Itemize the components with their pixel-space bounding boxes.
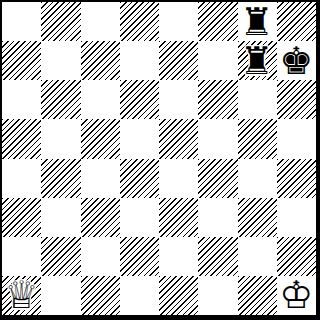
square-f6[interactable] — [198, 80, 237, 119]
square-e7[interactable] — [159, 41, 198, 80]
square-h7[interactable]: ♚ — [277, 41, 316, 80]
black-king-icon: ♚ — [277, 41, 316, 80]
square-a4[interactable] — [2, 159, 41, 198]
square-c3[interactable] — [81, 198, 120, 237]
square-c6[interactable] — [81, 80, 120, 119]
square-e1[interactable] — [159, 276, 198, 315]
square-b1[interactable] — [41, 276, 80, 315]
square-g8[interactable]: ♜ — [238, 2, 277, 41]
square-f2[interactable] — [198, 237, 237, 276]
square-a1[interactable]: ♛♕ — [2, 276, 41, 315]
square-g4[interactable] — [238, 159, 277, 198]
piece-white-queen-a1[interactable]: ♛♕ — [2, 276, 41, 315]
white-queen-outline-icon: ♕ — [2, 276, 41, 315]
square-c1[interactable] — [81, 276, 120, 315]
chess-board: ♜♜♚♛♕♚♔ — [0, 0, 320, 320]
square-d6[interactable] — [120, 80, 159, 119]
square-b7[interactable] — [41, 41, 80, 80]
square-d5[interactable] — [120, 119, 159, 158]
square-d2[interactable] — [120, 237, 159, 276]
square-h1[interactable]: ♚♔ — [277, 276, 316, 315]
square-d3[interactable] — [120, 198, 159, 237]
square-c5[interactable] — [81, 119, 120, 158]
square-g2[interactable] — [238, 237, 277, 276]
square-d1[interactable] — [120, 276, 159, 315]
square-d7[interactable] — [120, 41, 159, 80]
square-b8[interactable] — [41, 2, 80, 41]
square-b5[interactable] — [41, 119, 80, 158]
square-f5[interactable] — [198, 119, 237, 158]
square-f3[interactable] — [198, 198, 237, 237]
square-e8[interactable] — [159, 2, 198, 41]
piece-black-rook-g7[interactable]: ♜ — [238, 41, 277, 80]
square-e5[interactable] — [159, 119, 198, 158]
piece-black-king-h7[interactable]: ♚ — [277, 41, 316, 80]
square-e2[interactable] — [159, 237, 198, 276]
square-h2[interactable] — [277, 237, 316, 276]
square-f8[interactable] — [198, 2, 237, 41]
square-b4[interactable] — [41, 159, 80, 198]
square-c7[interactable] — [81, 41, 120, 80]
square-f4[interactable] — [198, 159, 237, 198]
square-e6[interactable] — [159, 80, 198, 119]
square-h4[interactable] — [277, 159, 316, 198]
square-h3[interactable] — [277, 198, 316, 237]
square-a3[interactable] — [2, 198, 41, 237]
square-e3[interactable] — [159, 198, 198, 237]
square-b3[interactable] — [41, 198, 80, 237]
square-h8[interactable] — [277, 2, 316, 41]
square-a8[interactable] — [2, 2, 41, 41]
square-f1[interactable] — [198, 276, 237, 315]
square-c4[interactable] — [81, 159, 120, 198]
square-h6[interactable] — [277, 80, 316, 119]
square-b6[interactable] — [41, 80, 80, 119]
square-g7[interactable]: ♜ — [238, 41, 277, 80]
square-c8[interactable] — [81, 2, 120, 41]
square-f7[interactable] — [198, 41, 237, 80]
square-g3[interactable] — [238, 198, 277, 237]
square-a6[interactable] — [2, 80, 41, 119]
square-a5[interactable] — [2, 119, 41, 158]
square-h5[interactable] — [277, 119, 316, 158]
square-d4[interactable] — [120, 159, 159, 198]
piece-black-rook-g8[interactable]: ♜ — [238, 2, 277, 41]
square-e4[interactable] — [159, 159, 198, 198]
square-c2[interactable] — [81, 237, 120, 276]
white-king-outline-icon: ♔ — [277, 276, 316, 315]
square-g6[interactable] — [238, 80, 277, 119]
square-a2[interactable] — [2, 237, 41, 276]
square-b2[interactable] — [41, 237, 80, 276]
square-g5[interactable] — [238, 119, 277, 158]
black-rook-icon: ♜ — [238, 2, 277, 41]
piece-white-king-h1[interactable]: ♚♔ — [277, 276, 316, 315]
black-rook-icon: ♜ — [238, 41, 277, 80]
square-g1[interactable] — [238, 276, 277, 315]
square-a7[interactable] — [2, 41, 41, 80]
square-d8[interactable] — [120, 2, 159, 41]
